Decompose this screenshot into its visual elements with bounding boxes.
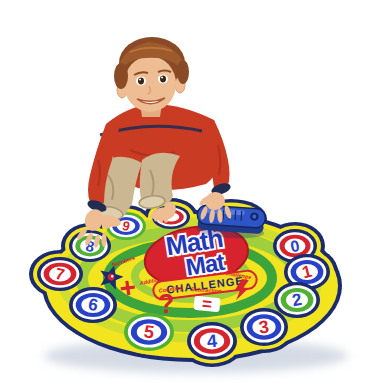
number-4-digit: 4 (206, 331, 218, 352)
number-pod-3: 3 (240, 308, 288, 346)
math-mat: 0 1 2 3 (29, 198, 342, 367)
number-pod-7: 7 (37, 257, 83, 291)
number-pod-6: 6 (69, 287, 117, 323)
boy-head (114, 37, 189, 112)
number-pod-2: 2 (274, 282, 320, 318)
svg-text:=: = (201, 294, 213, 314)
number-pod-4: 4 (187, 322, 237, 360)
product-photo: 0 1 2 3 (0, 0, 390, 390)
